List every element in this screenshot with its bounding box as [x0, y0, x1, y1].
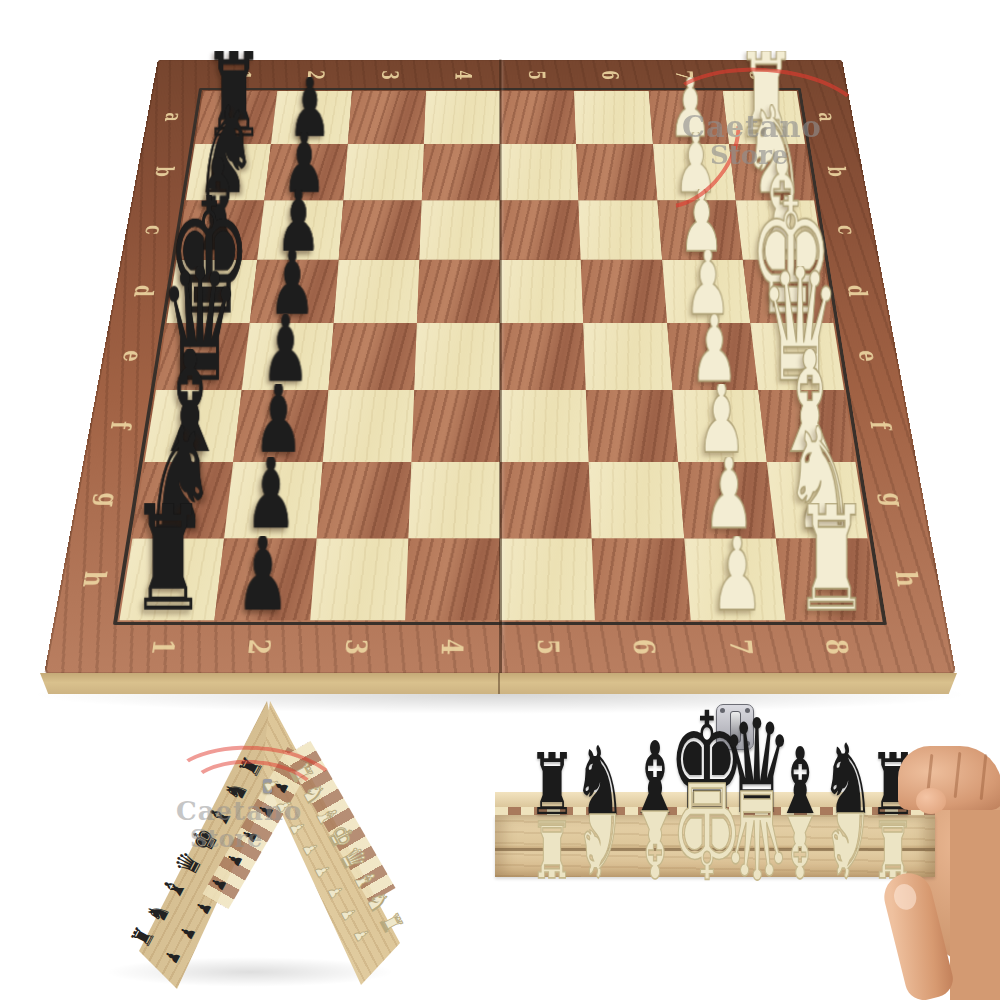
- square-c3: [338, 200, 421, 260]
- square-a3: [347, 91, 425, 144]
- product-photo: ♜♟♟♜♞♟♟♞♝♟♟♝♚♟♟♚♛♟♟♛♝♟♟♝♞♟♟♞♜♟♟♜ aabbccd…: [0, 0, 1000, 1000]
- square-e5: [500, 323, 586, 390]
- white-knight-hanging: ♞: [576, 813, 625, 876]
- folded-board-inset: ♜♟♞♟♝♟♛♟♚♟♝♟♞♟♜♟♜♟♞♟♝♟♛♟♚♟♝♟♞♟♜♟: [55, 695, 455, 995]
- square-h8: ♜: [776, 538, 881, 620]
- white-bishop-hanging: ♝: [776, 814, 824, 876]
- fold-seam: [499, 60, 502, 674]
- square-b5: [500, 144, 579, 200]
- square-e6: [583, 323, 672, 390]
- hand-fingertip: [916, 788, 946, 814]
- black-rook: ♜: [130, 503, 206, 614]
- square-h2: ♟: [215, 538, 317, 620]
- square-b6: [576, 144, 657, 200]
- hand-fingers: [898, 746, 1000, 810]
- white-rook-hanging: ♜: [530, 820, 573, 876]
- square-h7: ♟: [684, 538, 786, 620]
- closed-box-inset: ♜♜♞♞♝♝♚♚♛♛♝♝♞♞♜♜: [480, 690, 1000, 1000]
- square-c6: [579, 200, 662, 260]
- square-a4: [424, 91, 500, 144]
- square-d4: [417, 260, 500, 323]
- square-h1: ♜: [119, 538, 224, 620]
- white-rook-hanging: ♜: [871, 820, 914, 876]
- square-e4: [414, 323, 500, 390]
- square-c4: [419, 200, 500, 260]
- square-f6: [586, 390, 678, 462]
- square-g4: [408, 462, 500, 539]
- square-d6: [581, 260, 667, 323]
- square-h4: [405, 538, 500, 620]
- square-h3: [310, 538, 408, 620]
- hand-wrist: [950, 810, 1000, 1000]
- chessboard: ♜♟♟♜♞♟♟♞♝♟♟♝♚♟♟♚♛♟♟♛♝♟♟♝♞♟♟♞♜♟♟♜ aabbccd…: [44, 60, 956, 674]
- square-c5: [500, 200, 581, 260]
- square-d5: [500, 260, 583, 323]
- white-knight-hanging: ♞: [823, 811, 873, 876]
- square-d3: [333, 260, 419, 323]
- square-b3: [343, 144, 424, 200]
- square-f3: [322, 390, 414, 462]
- square-h5: [500, 538, 595, 620]
- square-h6: [592, 538, 690, 620]
- black-pawn: ♟: [236, 536, 289, 614]
- square-f4: [411, 390, 500, 462]
- square-f5: [500, 390, 589, 462]
- square-g3: [316, 462, 411, 539]
- white-rook: ♜: [794, 503, 870, 614]
- square-b4: [421, 144, 500, 200]
- white-pawn: ♟: [711, 536, 764, 614]
- square-a5: [500, 91, 576, 144]
- square-a6: [574, 91, 652, 144]
- square-g5: [500, 462, 592, 539]
- square-g6: [589, 462, 684, 539]
- square-e3: [328, 323, 417, 390]
